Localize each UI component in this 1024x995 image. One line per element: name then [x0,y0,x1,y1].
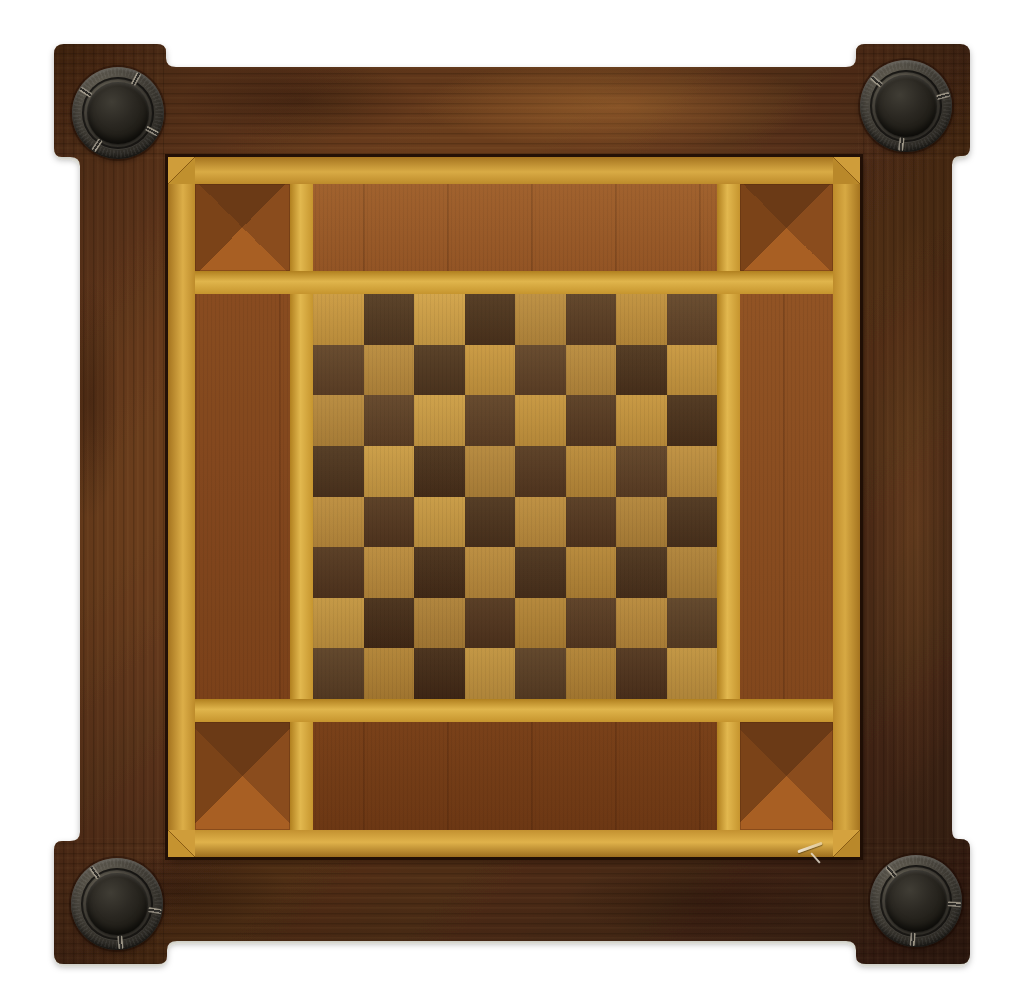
board-square[interactable] [414,648,465,699]
board-square[interactable] [616,648,667,699]
board-square[interactable] [515,648,566,699]
board-square[interactable] [616,497,667,548]
board-square[interactable] [667,395,718,446]
board-square[interactable] [667,547,718,598]
board-square[interactable] [667,648,718,699]
corner-veneer-square-tl [195,184,290,271]
board-square[interactable] [515,547,566,598]
board-square[interactable] [515,497,566,548]
board-square[interactable] [515,446,566,497]
board-square[interactable] [566,395,617,446]
board-square[interactable] [364,395,415,446]
inner-gold-band-top [195,271,833,294]
corner-cup-holder-top-left [72,67,164,159]
holder-dome [86,873,148,935]
board-square[interactable] [414,598,465,649]
inlay-frame-miter-bl [168,830,195,857]
board-square[interactable] [616,598,667,649]
board-square[interactable] [465,497,516,548]
game-surface-panel [168,157,860,857]
board-square[interactable] [667,294,718,345]
inlay-frame-top [195,157,833,184]
board-square[interactable] [515,598,566,649]
board-square[interactable] [566,547,617,598]
corner-cup-holder-top-right [860,60,952,152]
board-square[interactable] [313,648,364,699]
board-square[interactable] [414,497,465,548]
board-square[interactable] [566,497,617,548]
holder-dome [885,870,947,932]
holder-notch [89,866,101,880]
holder-notch [885,865,897,878]
board-square[interactable] [313,598,364,649]
holder-notch [148,907,162,914]
holder-notch [870,75,883,87]
board-square[interactable] [313,395,364,446]
board-square[interactable] [566,446,617,497]
inlay-frame-bottom [195,830,833,857]
holder-notch [948,901,961,907]
holder-notch [898,137,905,151]
board-square[interactable] [566,648,617,699]
board-square[interactable] [364,345,415,396]
inlay-frame-miter-tl [168,157,195,184]
board-square[interactable] [414,345,465,396]
board-square[interactable] [465,547,516,598]
board-square[interactable] [364,648,415,699]
board-square[interactable] [667,598,718,649]
board-square[interactable] [414,547,465,598]
corner-veneer-square-bl [195,722,290,830]
inlay-frame-right [833,184,860,830]
board-square[interactable] [364,446,415,497]
board-square[interactable] [364,497,415,548]
inlay-frame-miter-tr [833,157,860,184]
holder-notch [117,936,123,949]
board-square[interactable] [566,598,617,649]
holder-dome [875,75,937,137]
board-square[interactable] [515,395,566,446]
board-square[interactable] [465,345,516,396]
board-square[interactable] [414,294,465,345]
board-square[interactable] [313,547,364,598]
board-square[interactable] [616,547,667,598]
board-square[interactable] [616,294,667,345]
holder-notch [145,126,159,137]
inlay-frame-left [168,184,195,830]
holder-notch [131,72,142,86]
holder-notch [79,86,93,97]
board-square[interactable] [313,294,364,345]
holder-notch [936,92,950,100]
board-square[interactable] [364,598,415,649]
corner-cup-holder-bottom-left [71,858,163,950]
board-square[interactable] [414,446,465,497]
board-square[interactable] [465,294,516,345]
board-square[interactable] [414,395,465,446]
board-square[interactable] [616,395,667,446]
holder-notch [910,933,916,946]
board-square[interactable] [515,345,566,396]
holder-notch [91,138,102,152]
board-square[interactable] [364,547,415,598]
board-square[interactable] [313,497,364,548]
corner-cup-holder-bottom-right [870,855,962,947]
board-square[interactable] [515,294,566,345]
board-square[interactable] [313,345,364,396]
board-square[interactable] [667,497,718,548]
checkerboard [313,294,717,699]
corner-veneer-square-tr [740,184,833,271]
board-square[interactable] [364,294,415,345]
corner-veneer-square-br [740,722,833,830]
board-square[interactable] [616,345,667,396]
inner-gold-band-bottom [195,699,833,722]
inlay-frame-miter-br [833,830,860,857]
board-square[interactable] [465,446,516,497]
board-square[interactable] [616,446,667,497]
board-square[interactable] [465,395,516,446]
game-table-photo [0,0,1024,995]
board-square[interactable] [465,648,516,699]
board-square[interactable] [566,345,617,396]
board-square[interactable] [313,446,364,497]
holder-dome [87,82,149,144]
board-square[interactable] [667,446,718,497]
board-square[interactable] [465,598,516,649]
board-square[interactable] [566,294,617,345]
board-square[interactable] [667,345,718,396]
